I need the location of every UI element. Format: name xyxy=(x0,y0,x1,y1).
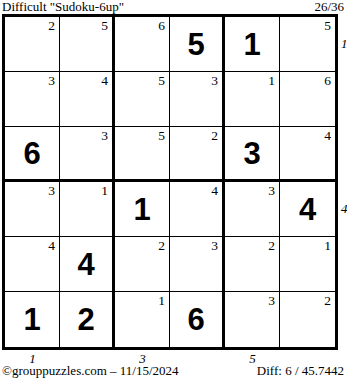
cell-r6c2[interactable]: 2 xyxy=(60,292,115,347)
cell-r5c2[interactable]: 4 xyxy=(60,237,115,292)
cell-r1c6[interactable]: 5 xyxy=(280,17,335,72)
given-number: 6 xyxy=(187,304,204,335)
footer-row: ©grouppuzzles.com – 11/15/2024 Diff: 6 /… xyxy=(2,364,344,378)
cell-r4c3[interactable]: 1 xyxy=(115,182,170,237)
corner-clue: 6 xyxy=(324,74,331,88)
cell-r4c2[interactable]: 1 xyxy=(60,182,115,237)
cell-r6c3[interactable]: 1 xyxy=(115,292,170,347)
row-label-1: 1 xyxy=(341,37,347,51)
given-number: 1 xyxy=(133,194,150,225)
corner-clue: 2 xyxy=(158,239,165,253)
cell-r2c4[interactable]: 3 xyxy=(170,72,225,127)
row-label-4: 4 xyxy=(341,202,347,216)
given-number: 5 xyxy=(187,29,204,60)
puzzle-page: Difficult "Sudoku-6up" 26/36 25651534531… xyxy=(0,0,347,381)
corner-clue: 3 xyxy=(101,129,108,143)
corner-clue: 4 xyxy=(48,239,55,253)
corner-clue: 3 xyxy=(268,294,275,308)
cell-r2c6[interactable]: 6 xyxy=(280,72,335,127)
cell-r6c5[interactable]: 3 xyxy=(225,292,280,347)
cell-r2c2[interactable]: 4 xyxy=(60,72,115,127)
cell-r1c3[interactable]: 6 xyxy=(115,17,170,72)
cell-r3c2[interactable]: 3 xyxy=(60,127,115,182)
cell-r2c3[interactable]: 5 xyxy=(115,72,170,127)
corner-clue: 1 xyxy=(158,294,165,308)
cell-r6c1[interactable]: 1 xyxy=(5,292,60,347)
corner-clue: 4 xyxy=(211,184,218,198)
corner-clue: 1 xyxy=(268,74,275,88)
corner-clue: 1 xyxy=(101,184,108,198)
cell-r2c5[interactable]: 1 xyxy=(225,72,280,127)
corner-clue: 3 xyxy=(268,184,275,198)
corner-clue: 5 xyxy=(101,19,108,33)
sudoku-board: 256515345316635234311434442321121632 xyxy=(2,14,338,350)
given-number: 6 xyxy=(23,138,40,169)
cell-r3c5[interactable]: 3 xyxy=(225,127,280,182)
corner-clue: 2 xyxy=(48,19,55,33)
cell-r1c1[interactable]: 2 xyxy=(5,17,60,72)
corner-clue: 3 xyxy=(48,184,55,198)
cell-r5c3[interactable]: 2 xyxy=(115,237,170,292)
cell-r3c3[interactable]: 5 xyxy=(115,127,170,182)
difficulty-text: Diff: 6 / 45.7442 xyxy=(257,364,344,378)
cell-r2c1[interactable]: 3 xyxy=(5,72,60,127)
given-number: 2 xyxy=(77,304,94,335)
given-number: 1 xyxy=(243,29,260,60)
col-label-3: 3 xyxy=(115,352,170,366)
corner-clue: 2 xyxy=(211,129,218,143)
cell-r4c1[interactable]: 3 xyxy=(5,182,60,237)
corner-clue: 5 xyxy=(324,19,331,33)
cell-r4c5[interactable]: 3 xyxy=(225,182,280,237)
corner-clue: 2 xyxy=(324,294,331,308)
given-number: 4 xyxy=(77,249,94,280)
cell-r3c1[interactable]: 6 xyxy=(5,127,60,182)
given-number: 3 xyxy=(243,138,260,169)
cell-r3c6[interactable]: 4 xyxy=(280,127,335,182)
title-row: Difficult "Sudoku-6up" 26/36 xyxy=(2,0,344,13)
col-label-1: 1 xyxy=(5,352,60,366)
cell-r5c6[interactable]: 1 xyxy=(280,237,335,292)
corner-clue: 5 xyxy=(158,129,165,143)
cell-r1c4[interactable]: 5 xyxy=(170,17,225,72)
corner-clue: 4 xyxy=(324,129,331,143)
cells-remaining-counter: 26/36 xyxy=(314,0,344,13)
cell-r4c4[interactable]: 4 xyxy=(170,182,225,237)
corner-clue: 3 xyxy=(211,239,218,253)
cell-r3c4[interactable]: 2 xyxy=(170,127,225,182)
cell-r1c2[interactable]: 5 xyxy=(60,17,115,72)
cell-r4c6[interactable]: 4 xyxy=(280,182,335,237)
cell-r6c4[interactable]: 6 xyxy=(170,292,225,347)
corner-clue: 2 xyxy=(268,239,275,253)
copyright-text: ©grouppuzzles.com – 11/15/2024 xyxy=(2,364,179,378)
cell-r5c5[interactable]: 2 xyxy=(225,237,280,292)
corner-clue: 5 xyxy=(158,74,165,88)
corner-clue: 3 xyxy=(211,74,218,88)
col-label-5: 5 xyxy=(225,352,280,366)
given-number: 1 xyxy=(23,304,40,335)
cell-r5c1[interactable]: 4 xyxy=(5,237,60,292)
page-title: Difficult "Sudoku-6up" xyxy=(2,0,124,13)
cell-r1c5[interactable]: 1 xyxy=(225,17,280,72)
given-number: 4 xyxy=(299,194,316,225)
corner-clue: 6 xyxy=(158,19,165,33)
cell-r5c4[interactable]: 3 xyxy=(170,237,225,292)
corner-clue: 3 xyxy=(48,74,55,88)
corner-clue: 1 xyxy=(324,239,331,253)
cell-r6c6[interactable]: 2 xyxy=(280,292,335,347)
corner-clue: 4 xyxy=(101,74,108,88)
